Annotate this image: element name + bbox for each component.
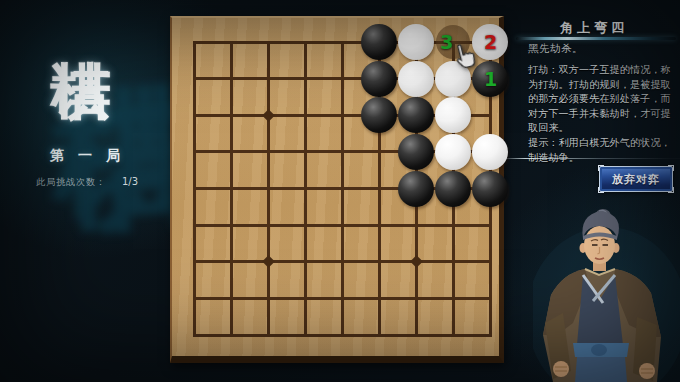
black-stone	[398, 97, 434, 133]
grid-line-horizontal	[193, 334, 492, 337]
white-stone	[472, 134, 508, 170]
game-screen: { "game": "go", "board": { "size": 9, "s…	[0, 0, 680, 382]
grid-line-horizontal	[193, 224, 492, 227]
black-stone	[361, 97, 397, 133]
ko-rule-text: 打劫：双方一子互提的情况，称为打劫。打劫的规则，是被提取的那方必须要先在别处落子…	[528, 64, 671, 133]
board-grid[interactable]: 321	[194, 42, 490, 335]
button-corner-accent	[598, 165, 604, 171]
puzzle-statement: 黑先劫杀。	[528, 42, 583, 56]
white-stone	[435, 97, 471, 133]
star-point	[410, 255, 423, 268]
hint-text: 提示：利用白棋无外气的状况，制造劫争。	[528, 136, 680, 165]
attempts-value: 1/3	[122, 176, 138, 187]
go-board[interactable]: 321	[170, 16, 504, 363]
button-corner-accent	[598, 187, 604, 193]
npc-portrait	[533, 203, 680, 382]
white-stone	[398, 61, 434, 97]
star-point	[262, 255, 275, 268]
give-up-button[interactable]: 放弃对弈	[599, 166, 673, 192]
white-stone	[398, 24, 434, 60]
grid-line-horizontal	[193, 297, 492, 300]
round-label: 第一局	[18, 147, 152, 165]
give-up-button-label: 放弃对弈	[612, 172, 660, 187]
white-stone	[435, 134, 471, 170]
move-number-2: 2	[484, 33, 497, 52]
panel-divider-line	[504, 158, 680, 159]
button-corner-accent	[668, 187, 674, 193]
black-stone	[472, 171, 508, 207]
black-stone	[435, 171, 471, 207]
black-stone	[361, 24, 397, 60]
rule-explanation: 打劫：双方一子互提的情况，称为打劫。打劫的规则，是被提取的那方必须要先在别处落子…	[528, 63, 680, 165]
puzzle-title: 角上弯四	[508, 19, 680, 37]
black-stone	[398, 171, 434, 207]
attempts-counter: 此局挑战次数： 1/3	[36, 176, 146, 189]
black-stone	[398, 134, 434, 170]
title-divider	[516, 37, 676, 40]
star-point	[262, 109, 275, 122]
move-number-1: 1	[484, 70, 497, 89]
grid-line-horizontal	[193, 260, 492, 263]
black-stone	[361, 61, 397, 97]
button-corner-accent	[668, 165, 674, 171]
attempts-label: 此局挑战次数：	[36, 176, 106, 189]
